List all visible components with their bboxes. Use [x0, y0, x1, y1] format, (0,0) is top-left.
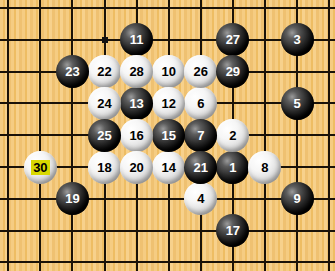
star-point: [102, 37, 108, 43]
move-number-label: 7: [197, 119, 204, 152]
move-number-label: 9: [293, 182, 300, 215]
stone-black-move-19[interactable]: 19: [56, 182, 89, 215]
move-number-label: 5: [293, 87, 300, 120]
stone-black-move-7[interactable]: 7: [184, 119, 217, 152]
move-number-label: 10: [161, 55, 175, 88]
move-number-label: 11: [130, 23, 144, 56]
stone-white-move-8[interactable]: 8: [248, 151, 281, 184]
move-number-label: 24: [97, 87, 111, 120]
move-number-label: 29: [226, 55, 240, 88]
stone-white-move-12[interactable]: 12: [152, 87, 185, 120]
stone-white-move-24[interactable]: 24: [88, 87, 121, 120]
stone-black-move-17[interactable]: 17: [216, 214, 249, 247]
move-number-label: 13: [129, 87, 143, 120]
stone-white-move-20[interactable]: 20: [120, 151, 153, 184]
stone-black-move-21[interactable]: 21: [184, 151, 217, 184]
stone-black-move-27[interactable]: 27: [216, 23, 249, 56]
stone-white-move-28[interactable]: 28: [120, 55, 153, 88]
stone-white-move-22[interactable]: 22: [88, 55, 121, 88]
stone-black-move-11[interactable]: 11: [120, 23, 153, 56]
move-number-label: 16: [129, 119, 143, 152]
stone-black-move-15[interactable]: 15: [152, 119, 185, 152]
stone-white-move-2[interactable]: 2: [216, 119, 249, 152]
stone-white-move-4[interactable]: 4: [184, 182, 217, 215]
move-number-label: 2: [229, 119, 236, 152]
move-number-label: 19: [65, 182, 79, 215]
move-number-label: 8: [261, 151, 268, 184]
move-number-label: 3: [293, 23, 300, 56]
move-number-label: 20: [129, 151, 143, 184]
stone-white-move-16[interactable]: 16: [120, 119, 153, 152]
move-number-label: 27: [226, 23, 240, 56]
move-number-label: 21: [194, 151, 208, 184]
stone-black-move-29[interactable]: 29: [216, 55, 249, 88]
move-number-label: 25: [97, 119, 111, 152]
move-number-label: 15: [161, 119, 175, 152]
move-number-label: 4: [197, 182, 204, 215]
move-number-label: 28: [129, 55, 143, 88]
stone-black-move-3[interactable]: 3: [281, 23, 314, 56]
stone-black-move-23[interactable]: 23: [56, 55, 89, 88]
stone-white-move-10[interactable]: 10: [152, 55, 185, 88]
last-move-number-label: 30: [31, 160, 49, 175]
stone-black-move-5[interactable]: 5: [281, 87, 314, 120]
grid-line-horizontal: [0, 7, 335, 9]
move-number-label: 12: [161, 87, 175, 120]
stone-white-move-30[interactable]: 30: [24, 151, 57, 184]
move-number-label: 14: [161, 151, 175, 184]
stone-black-move-1[interactable]: 1: [216, 151, 249, 184]
move-number-label: 22: [97, 55, 111, 88]
go-board[interactable]: 1234567891011121314151617181920212223242…: [0, 0, 335, 271]
stone-black-move-9[interactable]: 9: [281, 182, 314, 215]
stone-white-move-14[interactable]: 14: [152, 151, 185, 184]
move-number-label: 18: [97, 151, 111, 184]
stone-white-move-18[interactable]: 18: [88, 151, 121, 184]
move-number-label: 1: [229, 151, 236, 184]
grid-line-horizontal: [0, 261, 335, 263]
stone-black-move-13[interactable]: 13: [120, 87, 153, 120]
move-number-label: 26: [194, 55, 208, 88]
grid-line-horizontal: [0, 230, 335, 232]
move-number-label: 17: [226, 214, 240, 247]
move-number-label: 23: [65, 55, 79, 88]
stone-white-move-26[interactable]: 26: [184, 55, 217, 88]
stone-white-move-6[interactable]: 6: [184, 87, 217, 120]
stone-black-move-25[interactable]: 25: [88, 119, 121, 152]
move-number-label: 6: [197, 87, 204, 120]
